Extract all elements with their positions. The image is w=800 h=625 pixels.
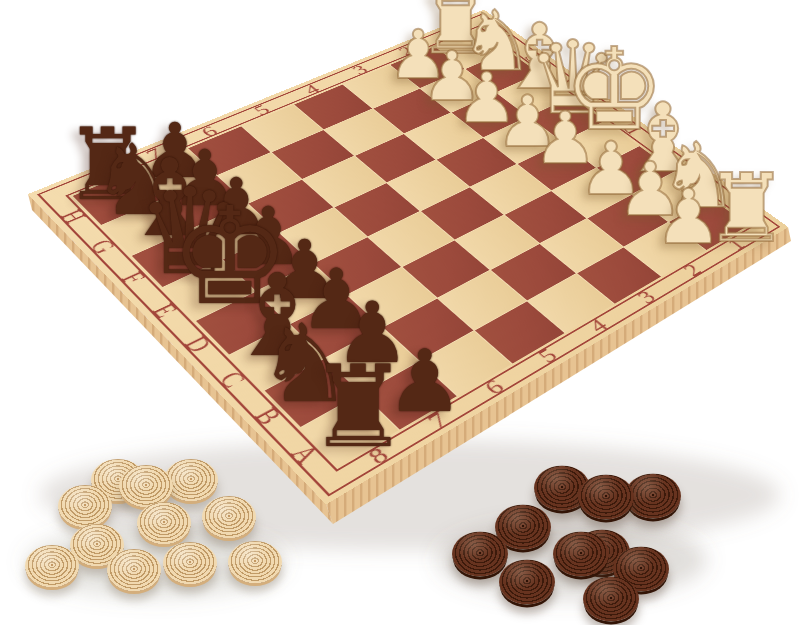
- checker-light-5[interactable]: [137, 502, 191, 544]
- checker-dark-9[interactable]: [499, 560, 555, 605]
- checker-light-2[interactable]: [119, 465, 173, 507]
- checker-dark-10[interactable]: [583, 577, 639, 622]
- checker-light-10[interactable]: [163, 542, 217, 584]
- checker-light-4[interactable]: [58, 485, 112, 527]
- checkers-layer: [0, 0, 800, 625]
- checker-light-11[interactable]: [228, 541, 282, 583]
- product-photo-stage: HH88GG77FF66EE55DD44CC33BB22AA11 ♜♞♟♝♟♛♟…: [0, 0, 800, 625]
- checker-light-6[interactable]: [202, 496, 256, 538]
- checker-dark-6[interactable]: [452, 532, 508, 577]
- checker-dark-2[interactable]: [578, 475, 634, 520]
- checker-dark-7[interactable]: [553, 532, 609, 577]
- checker-light-9[interactable]: [107, 549, 161, 591]
- checker-light-8[interactable]: [25, 545, 79, 587]
